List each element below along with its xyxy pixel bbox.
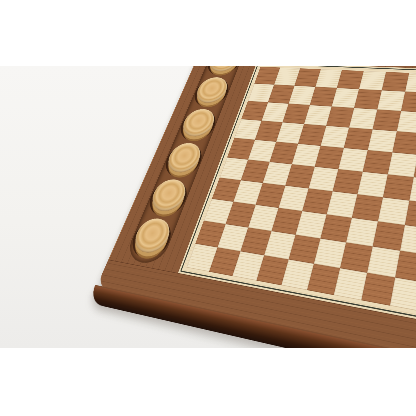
board-square bbox=[397, 111, 416, 133]
checker-piece: ⛀ bbox=[193, 77, 231, 104]
checker-piece: ⛀ bbox=[179, 108, 219, 138]
product-photo: ⛀⛀⛀⛀⛀⛀ bbox=[0, 0, 416, 416]
board-square bbox=[390, 278, 416, 312]
board-square bbox=[401, 92, 416, 113]
board-square bbox=[392, 131, 416, 154]
photo-background-band: ⛀⛀⛀⛀⛀⛀ bbox=[0, 66, 416, 348]
board-square bbox=[388, 152, 416, 177]
draughts-board: ⛀⛀⛀⛀⛀⛀ bbox=[97, 66, 416, 348]
